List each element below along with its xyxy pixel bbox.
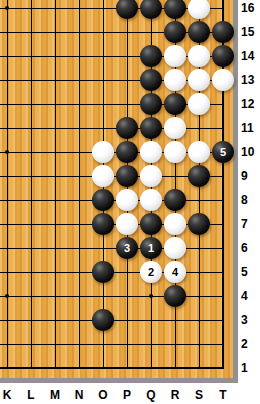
black-stone-R12[interactable] [164,93,186,115]
white-stone-R11[interactable] [164,117,186,139]
black-stone-R4[interactable] [164,285,186,307]
white-stone-O10[interactable] [92,141,114,163]
star-point-K4 [5,294,9,298]
white-stone-R7[interactable] [164,213,186,235]
coordinate-row-label-14: 14 [241,47,260,65]
white-stone-P7[interactable] [116,213,138,235]
black-stone-P10[interactable] [116,141,138,163]
go-app-screenshot: 53124KLMNOPQRST16151413121110987654321 [0,0,260,404]
coordinate-row-label-11: 11 [241,119,260,137]
move-number-label-P6: 3 [124,237,130,259]
black-stone-P9[interactable] [116,165,138,187]
star-point-K10 [5,150,9,154]
coordinate-column-label-P: P [115,386,139,404]
grid-line-horizontal-4 [0,296,224,297]
black-stone-O3[interactable] [92,309,114,331]
white-stone-R10[interactable] [164,141,186,163]
white-stone-R13[interactable] [164,69,186,91]
black-stone-S7[interactable] [188,213,210,235]
black-stone-P6[interactable]: 3 [116,237,138,259]
coordinate-column-label-M: M [43,386,67,404]
coordinate-column-label-S: S [187,386,211,404]
coordinate-column-label-L: L [19,386,43,404]
black-stone-Q6[interactable]: 1 [140,237,162,259]
black-stone-Q12[interactable] [140,93,162,115]
black-stone-T10[interactable]: 5 [212,141,234,163]
grid-line-horizontal-6 [0,248,224,249]
coordinate-row-label-10: 10 [241,143,260,161]
coordinate-column-label-N: N [67,386,91,404]
coordinate-row-label-9: 9 [241,167,260,185]
black-stone-T15[interactable] [212,21,234,43]
white-stone-S10[interactable] [188,141,210,163]
white-stone-Q5[interactable]: 2 [140,261,162,283]
white-stone-O9[interactable] [92,165,114,187]
move-number-label-T10: 5 [220,141,226,163]
star-point-Q4 [149,294,153,298]
black-stone-O7[interactable] [92,213,114,235]
grid-line-horizontal-2 [0,344,224,345]
coordinate-row-label-4: 4 [241,287,260,305]
coordinate-row-label-8: 8 [241,191,260,209]
black-stone-R15[interactable] [164,21,186,43]
black-stone-Q7[interactable] [140,213,162,235]
black-stone-R8[interactable] [164,189,186,211]
move-number-label-Q6: 1 [148,237,154,259]
coordinate-row-label-3: 3 [241,311,260,329]
coordinate-column-label-Q: Q [139,386,163,404]
coordinate-column-label-O: O [91,386,115,404]
white-stone-R14[interactable] [164,45,186,67]
star-point-K16 [5,6,9,10]
coordinate-row-label-1: 1 [241,359,260,377]
white-stone-S13[interactable] [188,69,210,91]
coordinate-column-label-R: R [163,386,187,404]
black-stone-P11[interactable] [116,117,138,139]
white-stone-Q10[interactable] [140,141,162,163]
black-stone-S9[interactable] [188,165,210,187]
black-stone-O8[interactable] [92,189,114,211]
board-shadow-bottom [0,378,238,383]
white-stone-R6[interactable] [164,237,186,259]
white-stone-S14[interactable] [188,45,210,67]
coordinate-row-label-16: 16 [241,0,260,17]
coordinate-row-label-13: 13 [241,71,260,89]
grid-line-horizontal-11 [0,128,224,129]
white-stone-R5[interactable]: 4 [164,261,186,283]
white-stone-P8[interactable] [116,189,138,211]
coordinate-column-label-T: T [211,386,235,404]
black-stone-O5[interactable] [92,261,114,283]
white-stone-Q9[interactable] [140,165,162,187]
black-stone-Q13[interactable] [140,69,162,91]
black-stone-Q11[interactable] [140,117,162,139]
white-stone-S12[interactable] [188,93,210,115]
black-stone-S15[interactable] [188,21,210,43]
move-number-label-R5: 4 [172,261,178,283]
black-stone-Q14[interactable] [140,45,162,67]
coordinate-row-label-7: 7 [241,215,260,233]
black-stone-T14[interactable] [212,45,234,67]
coordinate-row-label-2: 2 [241,335,260,353]
move-number-label-Q5: 2 [148,261,154,283]
white-stone-Q8[interactable] [140,189,162,211]
coordinate-column-label-K: K [0,386,19,404]
white-stone-T13[interactable] [212,69,234,91]
coordinate-row-label-5: 5 [241,263,260,281]
coordinate-row-label-12: 12 [241,95,260,113]
coordinate-row-label-6: 6 [241,239,260,257]
coordinate-row-label-15: 15 [241,23,260,41]
grid-line-horizontal-1 [0,367,224,369]
